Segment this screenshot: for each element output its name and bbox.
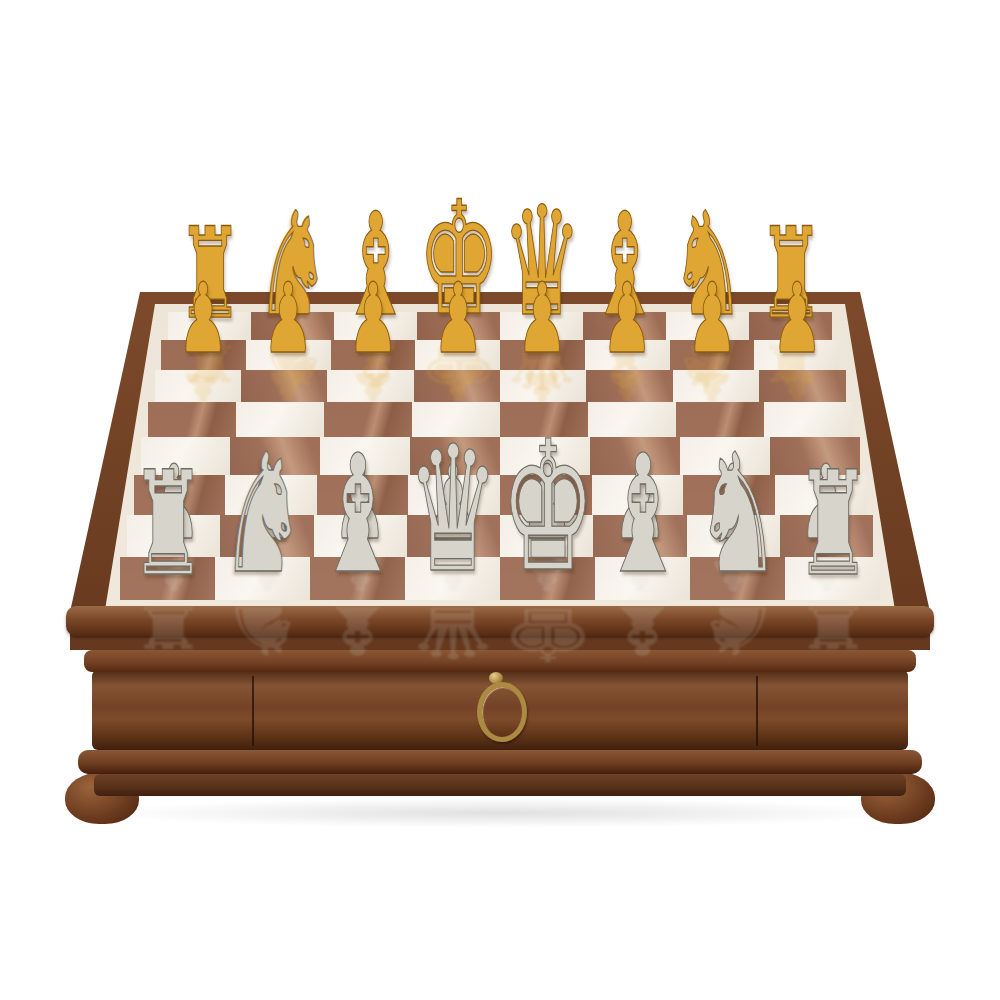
silver-knight-glyph: ♞ [694,432,782,597]
gold-pawn-glyph: ♟ [178,270,230,367]
silver-bishop-glyph: ♝ [599,434,686,597]
gold-pawn-glyph: ♟ [347,270,399,367]
silver-king-glyph: ♚ [500,417,595,597]
gold-pawn-glyph: ♟ [601,270,653,367]
chess-set-scene: Overhead product photo of a gold and sil… [0,0,1000,1000]
gold-pawn-glyph: ♟ [517,270,569,367]
gold-pawn-glyph: ♟ [686,270,738,367]
drawer-seam-left [252,676,254,746]
gold-pawn-glyph: ♟ [432,270,484,367]
gold-pawn-glyph: ♟ [771,270,823,367]
silver-bishop-glyph: ♝ [314,434,401,597]
silver-knight-glyph: ♞ [219,432,307,597]
silver-rook-glyph: ♜ [794,453,871,597]
silver-rook-glyph: ♜ [129,453,206,597]
silver-queen-glyph: ♛ [406,423,499,597]
base-bottom-molding [78,750,922,774]
ground-shadow [90,798,910,828]
gold-pawn-glyph: ♟ [262,270,314,367]
base-apron [94,774,906,796]
drawer-ring-pull[interactable] [477,682,527,742]
drawer-seam-right [756,676,758,746]
